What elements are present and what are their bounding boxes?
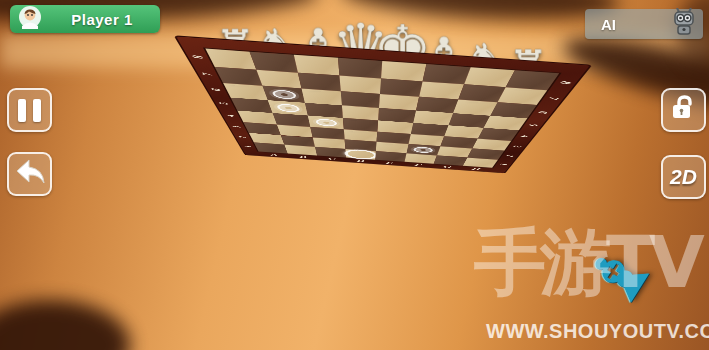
- watermark-logo: 手游TV: [474, 226, 699, 298]
- square-e8[interactable]: ♚: [381, 61, 426, 81]
- pause-icon: [18, 99, 41, 122]
- file-label-e: E: [375, 160, 404, 165]
- rank-label-right-7: 7: [541, 93, 565, 103]
- file-label-h: H: [461, 166, 492, 171]
- piece-black-R-h8[interactable]: ♜: [507, 45, 548, 91]
- rank-label-right-6: 6: [532, 108, 555, 117]
- rank-label-left-8: 8: [189, 51, 207, 63]
- player1-badge: Player 1: [10, 5, 160, 33]
- rank-label-left-2: 2: [237, 134, 249, 141]
- back-arrow-icon: [15, 159, 45, 189]
- chess-board-3d: ABCDEFGH8877665544332211 ♜♞♝♛♚♝♞♜♟♟♟♟♟♟♟…: [174, 35, 593, 173]
- piece-black-K-e8[interactable]: ♚: [373, 17, 432, 83]
- file-label-b: B: [288, 154, 318, 160]
- rank-label-left-6: 6: [208, 85, 223, 95]
- ai-badge: AI: [585, 9, 703, 39]
- rank-label-right-4: 4: [515, 133, 535, 140]
- square-e6[interactable]: ♟: [379, 94, 419, 110]
- chess-grid: ♜♞♝♛♚♝♞♜♟♟♟♟♟♟♟♟♟♞♟♟♞♝♚♟♛♝: [205, 49, 559, 168]
- robot-icon: [671, 8, 697, 40]
- square-f3[interactable]: ♞: [408, 134, 444, 146]
- undo-button[interactable]: [7, 152, 52, 196]
- game-screen: ABCDEFGH8877665544332211 ♜♞♝♛♚♝♞♜♟♟♟♟♟♟♟…: [0, 0, 709, 350]
- rank-label-left-3: 3: [231, 123, 243, 130]
- piece-black-R-a8[interactable]: ♜: [214, 24, 255, 70]
- square-a3[interactable]: ♞: [243, 122, 280, 135]
- move-hint-ring-b5[interactable]: [276, 103, 300, 112]
- rank-label-left-4: 4: [224, 112, 237, 120]
- square-e3[interactable]: ♟: [377, 132, 411, 144]
- board-rim: ABCDEFGH8877665544332211 ♜♞♝♛♚♝♞♜♟♟♟♟♟♟♟…: [174, 35, 593, 173]
- ai-name: AI: [601, 16, 671, 33]
- rank-label-left-5: 5: [217, 99, 231, 108]
- rank-label-right-8: 8: [552, 77, 578, 88]
- rank-label-right-2: 2: [501, 153, 519, 159]
- move-hint-ring-c4[interactable]: [315, 118, 337, 126]
- piece-black-N-g8[interactable]: ♞: [463, 37, 508, 87]
- square-c3[interactable]: ♟: [310, 127, 344, 140]
- rank-label-left-1: 1: [242, 143, 253, 149]
- file-label-g: G: [432, 164, 462, 169]
- lock-toggle-button[interactable]: [661, 88, 706, 132]
- rank-label-right-1: 1: [495, 162, 512, 168]
- rank-label-right-3: 3: [508, 143, 527, 150]
- rank-label-left-7: 7: [199, 69, 215, 80]
- player1-avatar: [18, 5, 42, 33]
- square-h8[interactable]: ♜: [506, 70, 559, 90]
- view-2d-button[interactable]: 2D: [661, 155, 706, 199]
- unlock-icon: [670, 94, 698, 126]
- piece-black-N-b8[interactable]: ♞: [254, 23, 299, 73]
- pause-button[interactable]: [7, 88, 52, 132]
- square-b8[interactable]: ♞: [250, 52, 298, 73]
- file-label-c: C: [317, 156, 346, 162]
- file-label-a: A: [259, 152, 289, 158]
- view-2d-label: 2D: [670, 165, 697, 189]
- rank-label-right-5: 5: [523, 121, 544, 129]
- table-edge-shadow: [0, 300, 130, 350]
- watermark-url: WWW.SHOUYOUTV.COM: [486, 320, 709, 343]
- square-d5[interactable]: ♟: [342, 105, 379, 120]
- player1-name: Player 1: [52, 11, 152, 28]
